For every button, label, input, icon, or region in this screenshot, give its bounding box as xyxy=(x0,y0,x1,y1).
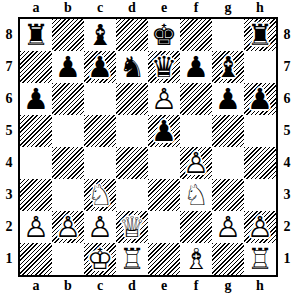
square-f2[interactable] xyxy=(180,211,212,243)
rank-label-right-4: 4 xyxy=(279,147,295,179)
rank-label-left-8: 8 xyxy=(1,19,17,51)
square-h7[interactable] xyxy=(244,51,276,83)
square-g5[interactable] xyxy=(212,115,244,147)
white-queen-icon: ♕︎ xyxy=(116,211,148,243)
white-pawn-icon: ♙︎ xyxy=(212,211,244,243)
square-b4[interactable] xyxy=(52,147,84,179)
piece-black-pawn-c7[interactable]: ♟︎ xyxy=(84,51,116,83)
piece-black-queen-e7[interactable]: ♛︎ xyxy=(148,51,180,83)
square-d2[interactable]: ♛︎♕︎ xyxy=(116,211,148,243)
file-label-bottom-a: a xyxy=(20,278,52,294)
white-king-icon: ♔︎ xyxy=(84,243,116,275)
square-f6[interactable] xyxy=(180,83,212,115)
rank-label-right-2: 2 xyxy=(279,211,295,243)
piece-white-rook-d1[interactable]: ♜︎♖︎ xyxy=(116,243,148,275)
black-rook-icon: ♜︎ xyxy=(244,19,276,51)
piece-black-pawn-h6[interactable]: ♟︎ xyxy=(244,83,276,115)
square-c2[interactable]: ♟︎♙︎ xyxy=(84,211,116,243)
square-c3[interactable]: ♞︎♘︎ xyxy=(84,179,116,211)
white-bishop-icon: ♗︎ xyxy=(180,243,212,275)
square-d1[interactable]: ♜︎♖︎ xyxy=(116,243,148,275)
square-h6[interactable]: ♟︎ xyxy=(244,83,276,115)
square-b5[interactable] xyxy=(52,115,84,147)
piece-black-bishop-c8[interactable]: ♝︎ xyxy=(84,19,116,51)
square-a7[interactable] xyxy=(20,51,52,83)
file-label-top-e: e xyxy=(148,0,180,16)
file-label-bottom-h: h xyxy=(244,278,276,294)
black-queen-icon: ♛︎ xyxy=(148,51,180,83)
piece-white-pawn-f4[interactable]: ♟︎♙︎ xyxy=(180,147,212,179)
black-pawn-icon: ♟︎ xyxy=(244,83,276,115)
square-f4[interactable]: ♟︎♙︎ xyxy=(180,147,212,179)
square-h3[interactable] xyxy=(244,179,276,211)
square-e2[interactable] xyxy=(148,211,180,243)
white-knight-icon: ♘︎ xyxy=(84,179,116,211)
file-label-top-f: f xyxy=(180,0,212,16)
rank-label-right-1: 1 xyxy=(279,243,295,275)
black-pawn-icon: ♟︎ xyxy=(52,51,84,83)
square-c7[interactable]: ♟︎ xyxy=(84,51,116,83)
square-e8[interactable]: ♚︎ xyxy=(148,19,180,51)
square-a8[interactable]: ♜︎ xyxy=(20,19,52,51)
square-g6[interactable]: ♟︎ xyxy=(212,83,244,115)
black-pawn-icon: ♟︎ xyxy=(212,83,244,115)
square-c6[interactable] xyxy=(84,83,116,115)
piece-black-pawn-a6[interactable]: ♟︎ xyxy=(20,83,52,115)
piece-black-pawn-e5[interactable]: ♟︎ xyxy=(148,115,180,147)
white-pawn-icon: ♙︎ xyxy=(52,211,84,243)
piece-white-pawn-a2[interactable]: ♟︎♙︎ xyxy=(20,211,52,243)
white-rook-icon: ♖︎ xyxy=(244,243,276,275)
rank-label-left-5: 5 xyxy=(1,115,17,147)
piece-black-rook-h8[interactable]: ♜︎ xyxy=(244,19,276,51)
square-g2[interactable]: ♟︎♙︎ xyxy=(212,211,244,243)
black-king-icon: ♚︎ xyxy=(148,19,180,51)
black-bishop-icon: ♝︎ xyxy=(84,19,116,51)
white-pawn-icon: ♙︎ xyxy=(244,211,276,243)
file-labels-top: abcdefgh xyxy=(20,0,276,16)
rank-label-left-4: 4 xyxy=(1,147,17,179)
rank-label-left-2: 2 xyxy=(1,211,17,243)
rank-label-left-3: 3 xyxy=(1,179,17,211)
file-labels-bottom: abcdefgh xyxy=(20,278,276,294)
square-f7[interactable]: ♟︎ xyxy=(180,51,212,83)
square-f1[interactable]: ♝︎♗︎ xyxy=(180,243,212,275)
square-h5[interactable] xyxy=(244,115,276,147)
square-b6[interactable] xyxy=(52,83,84,115)
square-c4[interactable] xyxy=(84,147,116,179)
square-c8[interactable]: ♝︎ xyxy=(84,19,116,51)
square-b8[interactable] xyxy=(52,19,84,51)
file-label-top-d: d xyxy=(116,0,148,16)
file-label-top-c: c xyxy=(84,0,116,16)
piece-white-pawn-c2[interactable]: ♟︎♙︎ xyxy=(84,211,116,243)
square-c5[interactable] xyxy=(84,115,116,147)
piece-black-knight-d7[interactable]: ♞︎ xyxy=(116,51,148,83)
piece-black-pawn-b7[interactable]: ♟︎ xyxy=(52,51,84,83)
file-label-bottom-c: c xyxy=(84,278,116,294)
square-e5[interactable]: ♟︎ xyxy=(148,115,180,147)
black-pawn-icon: ♟︎ xyxy=(84,51,116,83)
square-e7[interactable]: ♛︎ xyxy=(148,51,180,83)
file-label-bottom-e: e xyxy=(148,278,180,294)
rank-label-right-3: 3 xyxy=(279,179,295,211)
square-g3[interactable] xyxy=(212,179,244,211)
piece-black-bishop-g7[interactable]: ♝︎ xyxy=(212,51,244,83)
chess-board: ♜︎♝︎♚︎♜︎♟︎♟︎♞︎♛︎♟︎♝︎♟︎♟︎♙︎♟︎♟︎♟︎♟︎♙︎♞︎♘︎… xyxy=(18,17,278,277)
file-label-top-b: b xyxy=(52,0,84,16)
white-pawn-icon: ♙︎ xyxy=(84,211,116,243)
square-g7[interactable]: ♝︎ xyxy=(212,51,244,83)
square-d8[interactable] xyxy=(116,19,148,51)
square-h2[interactable]: ♟︎♙︎ xyxy=(244,211,276,243)
black-bishop-icon: ♝︎ xyxy=(212,51,244,83)
black-pawn-icon: ♟︎ xyxy=(20,83,52,115)
square-d3[interactable] xyxy=(116,179,148,211)
chess-diagram: abcdefgh 87654321 ♜︎♝︎♚︎♜︎♟︎♟︎♞︎♛︎♟︎♝︎♟︎… xyxy=(0,0,295,295)
file-label-bottom-g: g xyxy=(212,278,244,294)
piece-white-bishop-f1[interactable]: ♝︎♗︎ xyxy=(180,243,212,275)
piece-white-king-c1[interactable]: ♚︎♔︎ xyxy=(84,243,116,275)
file-label-top-h: h xyxy=(244,0,276,16)
square-h8[interactable]: ♜︎ xyxy=(244,19,276,51)
black-pawn-icon: ♟︎ xyxy=(180,51,212,83)
piece-white-pawn-e6[interactable]: ♟︎♙︎ xyxy=(148,83,180,115)
white-rook-icon: ♖︎ xyxy=(116,243,148,275)
square-e4[interactable] xyxy=(148,147,180,179)
square-h4[interactable] xyxy=(244,147,276,179)
piece-white-pawn-h2[interactable]: ♟︎♙︎ xyxy=(244,211,276,243)
rank-label-right-8: 8 xyxy=(279,19,295,51)
rank-label-left-6: 6 xyxy=(1,83,17,115)
rank-label-right-5: 5 xyxy=(279,115,295,147)
rank-label-right-6: 6 xyxy=(279,83,295,115)
piece-white-knight-c3[interactable]: ♞︎♘︎ xyxy=(84,179,116,211)
black-rook-icon: ♜︎ xyxy=(20,19,52,51)
square-f3[interactable]: ♞︎♘︎ xyxy=(180,179,212,211)
rank-label-left-1: 1 xyxy=(1,243,17,275)
square-f8[interactable] xyxy=(180,19,212,51)
piece-black-pawn-g6[interactable]: ♟︎ xyxy=(212,83,244,115)
file-label-bottom-f: f xyxy=(180,278,212,294)
square-e6[interactable]: ♟︎♙︎ xyxy=(148,83,180,115)
square-a6[interactable]: ♟︎ xyxy=(20,83,52,115)
square-d5[interactable] xyxy=(116,115,148,147)
black-pawn-icon: ♟︎ xyxy=(148,115,180,147)
rank-labels-right: 87654321 xyxy=(279,19,295,275)
rank-labels-left: 87654321 xyxy=(1,19,17,275)
square-a5[interactable] xyxy=(20,115,52,147)
square-d7[interactable]: ♞︎ xyxy=(116,51,148,83)
square-g8[interactable] xyxy=(212,19,244,51)
rank-label-left-7: 7 xyxy=(1,51,17,83)
square-e3[interactable] xyxy=(148,179,180,211)
square-b7[interactable]: ♟︎ xyxy=(52,51,84,83)
file-label-top-a: a xyxy=(20,0,52,16)
square-a4[interactable] xyxy=(20,147,52,179)
square-d4[interactable] xyxy=(116,147,148,179)
file-label-top-g: g xyxy=(212,0,244,16)
square-f5[interactable] xyxy=(180,115,212,147)
square-g1[interactable] xyxy=(212,243,244,275)
piece-white-knight-f3[interactable]: ♞︎♘︎ xyxy=(180,179,212,211)
white-pawn-icon: ♙︎ xyxy=(20,211,52,243)
rank-label-right-7: 7 xyxy=(279,51,295,83)
piece-black-rook-a8[interactable]: ♜︎ xyxy=(20,19,52,51)
square-a3[interactable] xyxy=(20,179,52,211)
piece-white-queen-d2[interactable]: ♛︎♕︎ xyxy=(116,211,148,243)
black-knight-icon: ♞︎ xyxy=(116,51,148,83)
white-knight-icon: ♘︎ xyxy=(180,179,212,211)
square-b3[interactable] xyxy=(52,179,84,211)
white-pawn-icon: ♙︎ xyxy=(180,147,212,179)
square-c1[interactable]: ♚︎♔︎ xyxy=(84,243,116,275)
square-g4[interactable] xyxy=(212,147,244,179)
square-b2[interactable]: ♟︎♙︎ xyxy=(52,211,84,243)
piece-black-king-e8[interactable]: ♚︎ xyxy=(148,19,180,51)
square-h1[interactable]: ♜︎♖︎ xyxy=(244,243,276,275)
square-d6[interactable] xyxy=(116,83,148,115)
piece-black-pawn-f7[interactable]: ♟︎ xyxy=(180,51,212,83)
file-label-bottom-b: b xyxy=(52,278,84,294)
square-b1[interactable] xyxy=(52,243,84,275)
square-a1[interactable] xyxy=(20,243,52,275)
piece-white-pawn-b2[interactable]: ♟︎♙︎ xyxy=(52,211,84,243)
piece-white-pawn-g2[interactable]: ♟︎♙︎ xyxy=(212,211,244,243)
file-label-bottom-d: d xyxy=(116,278,148,294)
square-e1[interactable] xyxy=(148,243,180,275)
white-pawn-icon: ♙︎ xyxy=(148,83,180,115)
piece-white-rook-h1[interactable]: ♜︎♖︎ xyxy=(244,243,276,275)
square-a2[interactable]: ♟︎♙︎ xyxy=(20,211,52,243)
